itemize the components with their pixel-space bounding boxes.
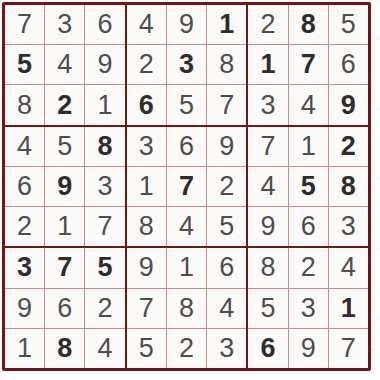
cell-r9c9[interactable]: 7 (329, 329, 368, 368)
cell-r2c2[interactable]: 4 (45, 45, 84, 84)
cell-r4c4[interactable]: 3 (127, 127, 166, 166)
cell-r2c6[interactable]: 8 (207, 45, 246, 84)
cell-r3c3[interactable]: 1 (85, 85, 124, 124)
cell-r1c9[interactable]: 5 (329, 5, 368, 44)
cell-r5c6[interactable]: 2 (207, 167, 246, 206)
cell-r8c2[interactable]: 6 (45, 289, 84, 328)
cell-r3c7[interactable]: 3 (248, 85, 287, 124)
cell-r7c3-given[interactable]: 5 (85, 248, 124, 287)
cell-r6c5[interactable]: 4 (167, 207, 206, 246)
cell-r9c5[interactable]: 2 (167, 329, 206, 368)
sudoku-box-2: 491238657 (127, 5, 247, 125)
cell-r1c7[interactable]: 2 (248, 5, 287, 44)
cell-r3c5[interactable]: 5 (167, 85, 206, 124)
cell-r9c8[interactable]: 9 (289, 329, 328, 368)
cell-r1c8-given[interactable]: 8 (289, 5, 328, 44)
cell-r4c5[interactable]: 6 (167, 127, 206, 166)
cell-r5c9-given[interactable]: 8 (329, 167, 368, 206)
cell-r7c7[interactable]: 8 (248, 248, 287, 287)
sudoku-box-8: 916784523 (127, 248, 247, 368)
cell-r3c6[interactable]: 7 (207, 85, 246, 124)
cell-r2c4[interactable]: 2 (127, 45, 166, 84)
cell-r8c4[interactable]: 7 (127, 289, 166, 328)
cell-r6c9[interactable]: 3 (329, 207, 368, 246)
cell-r8c7[interactable]: 5 (248, 289, 287, 328)
cell-r8c5[interactable]: 8 (167, 289, 206, 328)
cell-r1c3[interactable]: 6 (85, 5, 124, 44)
cell-r7c1-given[interactable]: 3 (5, 248, 44, 287)
cell-r4c3-given[interactable]: 8 (85, 127, 124, 166)
sudoku-box-7: 375962184 (5, 248, 125, 368)
cell-r7c6[interactable]: 6 (207, 248, 246, 287)
cell-r9c2-given[interactable]: 8 (45, 329, 84, 368)
sudoku-box-4: 458693217 (5, 127, 125, 247)
cell-r9c1[interactable]: 1 (5, 329, 44, 368)
cell-r5c5-given[interactable]: 7 (167, 167, 206, 206)
cell-r2c1-given[interactable]: 5 (5, 45, 44, 84)
cell-r3c2-given[interactable]: 2 (45, 85, 84, 124)
cell-r1c6-given[interactable]: 1 (207, 5, 246, 44)
cell-r3c1[interactable]: 8 (5, 85, 44, 124)
cell-r1c1[interactable]: 7 (5, 5, 44, 44)
cell-r5c4[interactable]: 1 (127, 167, 166, 206)
sudoku-box-6: 712458963 (248, 127, 368, 247)
cell-r7c8[interactable]: 2 (289, 248, 328, 287)
cell-r2c9[interactable]: 6 (329, 45, 368, 84)
cell-r8c3[interactable]: 2 (85, 289, 124, 328)
cell-r9c7-given[interactable]: 6 (248, 329, 287, 368)
cell-r9c3[interactable]: 4 (85, 329, 124, 368)
cell-r9c6[interactable]: 3 (207, 329, 246, 368)
cell-r4c9-given[interactable]: 2 (329, 127, 368, 166)
cell-r6c4[interactable]: 8 (127, 207, 166, 246)
cell-r9c4[interactable]: 5 (127, 329, 166, 368)
cell-r7c2-given[interactable]: 7 (45, 248, 84, 287)
cell-r8c9-given[interactable]: 1 (329, 289, 368, 328)
cell-r7c9[interactable]: 4 (329, 248, 368, 287)
cell-r4c8[interactable]: 1 (289, 127, 328, 166)
cell-r2c5-given[interactable]: 3 (167, 45, 206, 84)
cell-r6c8[interactable]: 6 (289, 207, 328, 246)
cell-r2c8-given[interactable]: 7 (289, 45, 328, 84)
cell-r5c8-given[interactable]: 5 (289, 167, 328, 206)
sudoku-box-5: 369172845 (127, 127, 247, 247)
cell-r8c1[interactable]: 9 (5, 289, 44, 328)
cell-r4c1[interactable]: 4 (5, 127, 44, 166)
cell-r5c2-given[interactable]: 9 (45, 167, 84, 206)
cell-r8c6[interactable]: 4 (207, 289, 246, 328)
sudoku-box-3: 285176349 (248, 5, 368, 125)
sudoku-board: 7365498214912386572851763494586932173691… (2, 2, 371, 371)
cell-r6c1[interactable]: 2 (5, 207, 44, 246)
cell-r3c9-given[interactable]: 9 (329, 85, 368, 124)
cell-r7c4[interactable]: 9 (127, 248, 166, 287)
cell-r2c7-given[interactable]: 1 (248, 45, 287, 84)
cell-r1c5[interactable]: 9 (167, 5, 206, 44)
cell-r3c8[interactable]: 4 (289, 85, 328, 124)
cell-r8c8[interactable]: 3 (289, 289, 328, 328)
cell-r6c7[interactable]: 9 (248, 207, 287, 246)
sudoku-box-1: 736549821 (5, 5, 125, 125)
cell-r3c4-given[interactable]: 6 (127, 85, 166, 124)
cell-r6c2[interactable]: 1 (45, 207, 84, 246)
cell-r6c3[interactable]: 7 (85, 207, 124, 246)
cell-r5c7[interactable]: 4 (248, 167, 287, 206)
cell-r1c2[interactable]: 3 (45, 5, 84, 44)
cell-r4c2[interactable]: 5 (45, 127, 84, 166)
cell-r1c4[interactable]: 4 (127, 5, 166, 44)
cell-r4c7[interactable]: 7 (248, 127, 287, 166)
cell-r2c3[interactable]: 9 (85, 45, 124, 84)
cell-r6c6[interactable]: 5 (207, 207, 246, 246)
sudoku-box-9: 824531697 (248, 248, 368, 368)
cell-r5c1[interactable]: 6 (5, 167, 44, 206)
cell-r5c3[interactable]: 3 (85, 167, 124, 206)
cell-r4c6[interactable]: 9 (207, 127, 246, 166)
cell-r7c5[interactable]: 1 (167, 248, 206, 287)
